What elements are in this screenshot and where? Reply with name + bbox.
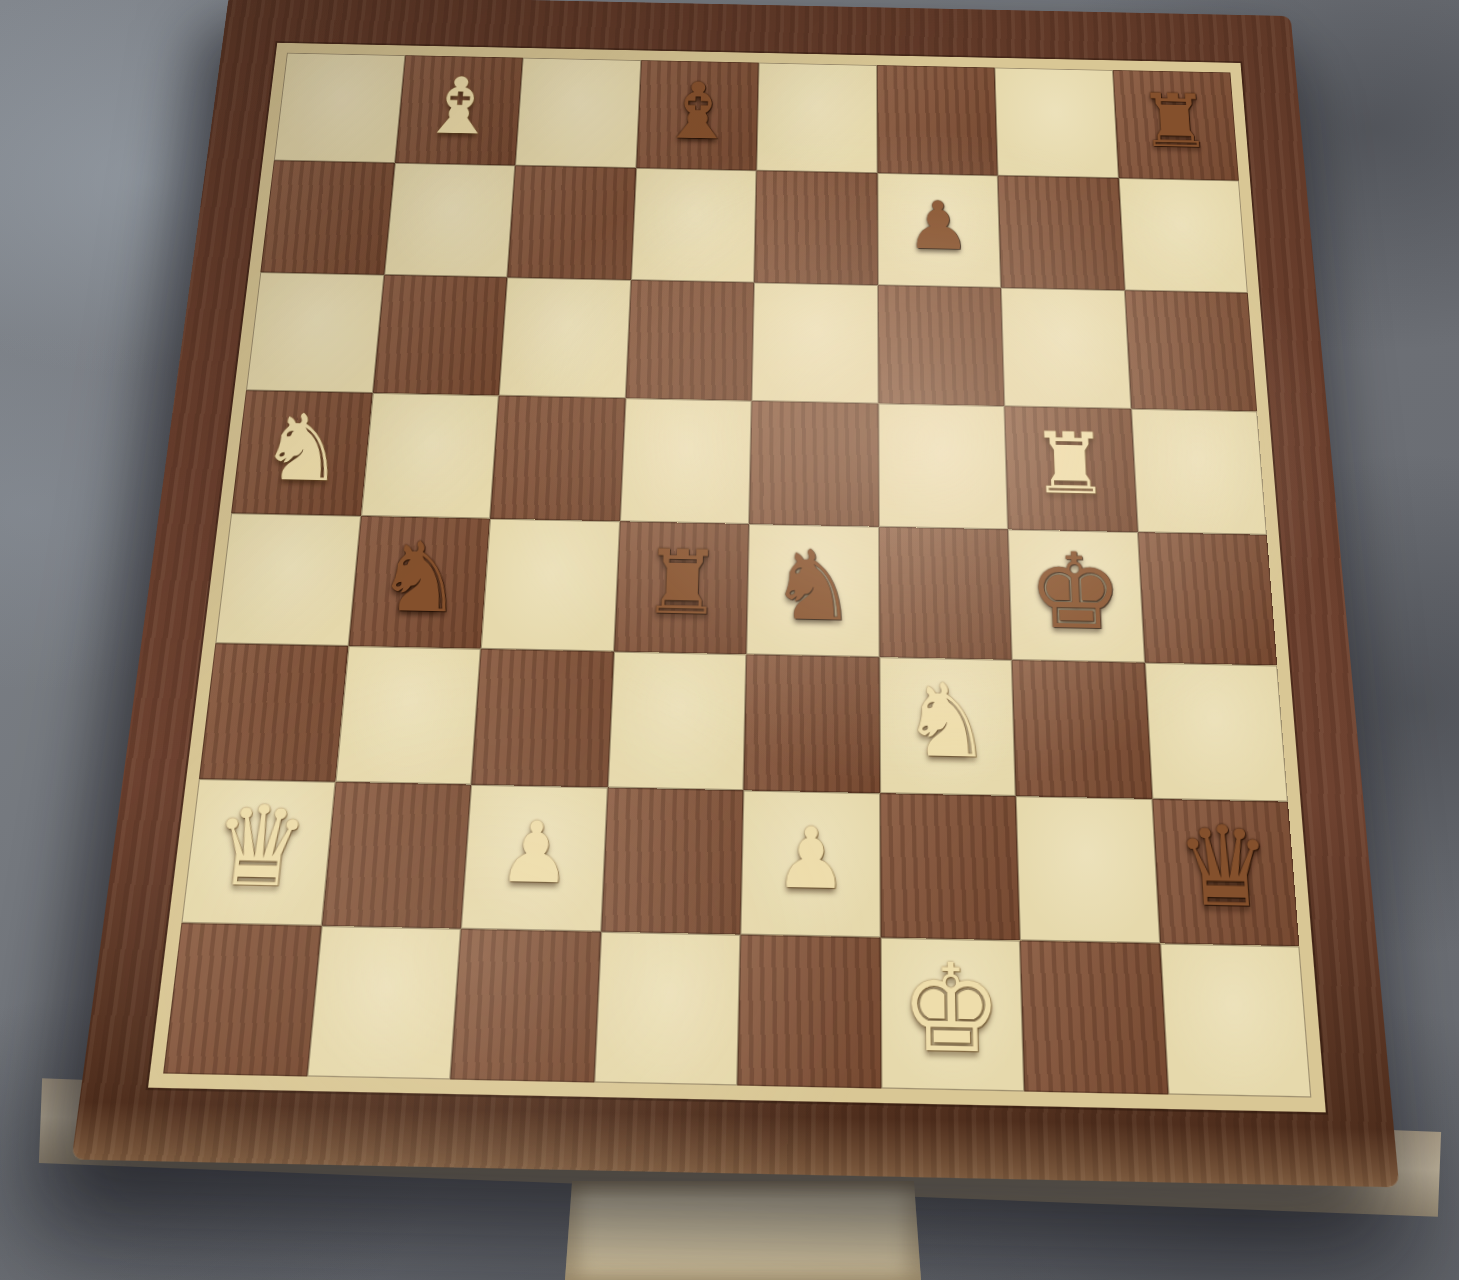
square-d7[interactable] [631,168,757,283]
square-a2[interactable]: ♛ [181,779,335,925]
square-c8[interactable] [515,58,641,168]
square-c6[interactable] [499,277,631,397]
square-a6[interactable] [246,272,384,392]
square-d3[interactable] [607,651,746,790]
square-c3[interactable] [471,648,613,787]
piece-black-queen[interactable]: ♛ [1173,811,1276,924]
square-f7[interactable]: ♟ [877,173,1001,288]
square-g5[interactable]: ♜ [1004,406,1137,532]
square-e3[interactable] [743,654,879,793]
square-d8[interactable]: ♝ [636,60,759,170]
table-pedestal [565,1181,921,1280]
square-d4[interactable]: ♜ [614,521,749,654]
square-b2[interactable] [321,782,471,928]
chess-board: ♝♝♜♟♞♜♞♜♞♚♞♛♟♟♛♚ [71,0,1399,1187]
square-b7[interactable] [384,162,515,277]
square-a3[interactable] [199,643,348,782]
square-a8[interactable] [274,53,405,163]
piece-black-knight[interactable]: ♞ [769,537,857,635]
board-squares: ♝♝♜♟♞♜♞♜♞♚♞♛♟♟♛♚ [163,53,1311,1098]
piece-white-pawn[interactable]: ♟ [774,816,847,902]
piece-white-knight[interactable]: ♞ [255,402,350,495]
square-h5[interactable] [1131,408,1267,535]
square-f5[interactable] [878,403,1008,529]
square-c1[interactable] [450,928,600,1082]
square-e4[interactable]: ♞ [746,524,879,657]
square-g7[interactable] [998,175,1125,290]
square-f4[interactable] [878,527,1011,660]
square-c4[interactable] [481,519,620,651]
square-f8[interactable] [877,65,998,175]
square-e8[interactable] [756,63,877,173]
square-e6[interactable] [752,283,878,403]
piece-black-rook[interactable]: ♜ [1136,84,1213,159]
square-b6[interactable] [372,275,507,395]
square-g1[interactable] [1020,940,1168,1095]
piece-white-king[interactable]: ♚ [900,947,1004,1071]
square-h1[interactable] [1160,943,1312,1098]
square-b4[interactable]: ♞ [348,516,490,648]
piece-white-pawn[interactable]: ♟ [496,810,573,896]
square-g3[interactable] [1012,659,1152,798]
square-c5[interactable] [490,395,625,521]
square-h6[interactable] [1124,290,1257,411]
square-c2[interactable]: ♟ [461,785,607,931]
square-c7[interactable] [507,165,636,280]
piece-black-bishop[interactable]: ♝ [658,72,738,151]
piece-black-knight[interactable]: ♞ [372,529,467,627]
square-e7[interactable] [754,170,877,285]
square-d5[interactable] [620,398,752,524]
square-h3[interactable] [1144,662,1288,802]
square-a1[interactable] [163,922,321,1076]
square-b1[interactable] [307,925,461,1079]
piece-white-knight[interactable]: ♞ [901,670,992,773]
piece-white-queen[interactable]: ♛ [205,791,312,904]
square-b5[interactable] [361,392,499,518]
square-d2[interactable] [601,787,744,934]
square-d6[interactable] [625,280,754,400]
square-g8[interactable] [995,68,1119,178]
square-a4[interactable] [215,513,360,645]
square-e5[interactable] [749,400,878,526]
piece-black-rook[interactable]: ♜ [641,538,724,628]
square-g2[interactable] [1016,796,1160,943]
piece-white-bishop[interactable]: ♝ [417,67,501,146]
square-h2[interactable]: ♛ [1152,799,1300,946]
square-g4[interactable]: ♚ [1008,529,1144,662]
piece-black-king[interactable]: ♚ [1026,538,1125,644]
square-f2[interactable] [880,793,1020,940]
square-f1[interactable]: ♚ [880,937,1024,1092]
square-a7[interactable] [260,160,394,275]
piece-white-rook[interactable]: ♜ [1030,422,1111,508]
square-a5[interactable]: ♞ [231,390,372,516]
square-d1[interactable] [594,931,741,1085]
square-e1[interactable] [737,934,881,1089]
square-b8[interactable]: ♝ [395,55,523,165]
square-g6[interactable] [1001,288,1131,409]
square-b3[interactable] [335,645,481,784]
piece-black-pawn[interactable]: ♟ [906,193,971,260]
square-f6[interactable] [877,285,1004,406]
square-e2[interactable]: ♟ [740,790,880,937]
square-h4[interactable] [1137,532,1277,665]
square-h7[interactable] [1118,178,1248,293]
square-h8[interactable]: ♜ [1112,70,1238,180]
square-f3[interactable]: ♞ [879,657,1016,796]
scene: ♝♝♜♟♞♜♞♜♞♚♞♛♟♟♛♚ [0,0,1459,1280]
